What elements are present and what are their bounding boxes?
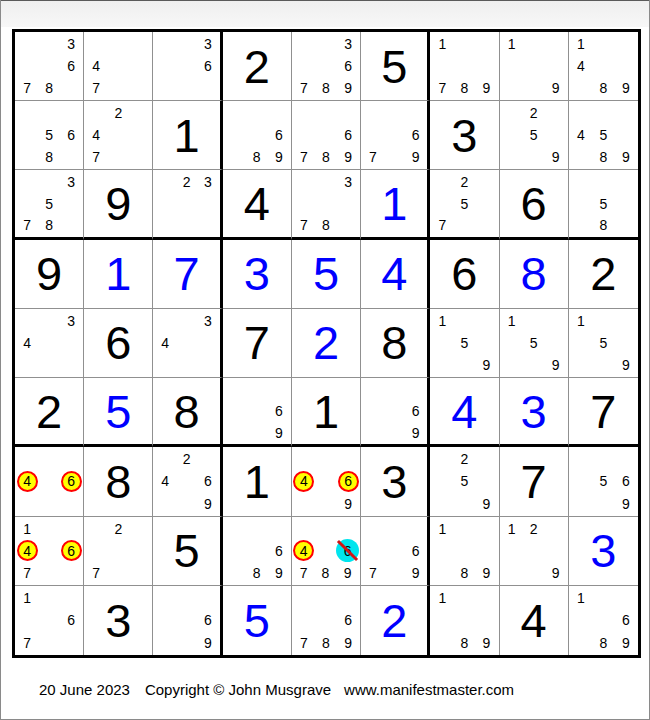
pencil-marks: 27 — [85, 518, 151, 584]
candidate: 6 — [275, 404, 283, 418]
highlighted-candidate: 4 — [293, 471, 314, 492]
solved-digit: 3 — [521, 388, 547, 435]
candidate: 1 — [508, 314, 516, 328]
candidate: 7 — [300, 636, 308, 650]
candidate: 6 — [412, 128, 420, 142]
candidate: 7 — [92, 566, 100, 580]
cell-r7c2: 8 — [84, 447, 153, 516]
candidate: 9 — [483, 358, 491, 372]
pencil-marks: 19 — [501, 33, 567, 99]
cell-r9c8: 4 — [500, 586, 569, 655]
cell-r9c4: 5 — [223, 586, 292, 655]
cell-r6c2: 5 — [84, 378, 153, 447]
candidate: 9 — [204, 636, 212, 650]
cell-r6c5: 1 — [292, 378, 361, 447]
candidate: 8 — [45, 218, 53, 232]
cell-r4c1: 9 — [15, 240, 84, 309]
cell-r1c6: 5 — [361, 32, 430, 101]
cell-r8c7: 189 — [430, 517, 499, 586]
candidate: 1 — [23, 522, 31, 536]
candidate: 9 — [344, 150, 352, 164]
candidate: 3 — [344, 175, 352, 189]
candidate: 9 — [344, 636, 352, 650]
cell-r9c7: 189 — [430, 586, 499, 655]
candidate: 7 — [369, 150, 377, 164]
footer-copyright: Copyright © John Musgrave — [145, 681, 331, 698]
cell-r8c3: 5 — [153, 517, 222, 586]
cell-r4c4: 3 — [223, 240, 292, 309]
candidate: 7 — [23, 81, 31, 95]
solved-digit: 3 — [381, 458, 407, 505]
pencil-marks: 1467 — [16, 518, 82, 584]
cell-r3c3: 23 — [153, 170, 222, 239]
cell-r4c6: 4 — [361, 240, 430, 309]
cell-r1c7: 1789 — [430, 32, 499, 101]
candidate: 5 — [530, 336, 538, 350]
pencil-marks: 3578 — [16, 171, 82, 235]
cell-r6c3: 8 — [153, 378, 222, 447]
cell-r3c2: 9 — [84, 170, 153, 239]
candidate: 6 — [67, 59, 75, 73]
cell-r2c3: 1 — [153, 101, 222, 170]
candidate: 4 — [577, 128, 585, 142]
sudoku-page: 3678473623678951789191489568247168967896… — [0, 0, 650, 720]
candidate: 8 — [321, 566, 329, 580]
candidate: 8 — [45, 81, 53, 95]
pencil-marks: 259 — [431, 448, 497, 514]
solved-digit: 3 — [244, 250, 270, 297]
solved-digit: 6 — [105, 319, 131, 366]
solved-digit: 4 — [381, 250, 407, 297]
pencil-marks: 36 — [154, 33, 218, 99]
solved-digit: 3 — [451, 112, 477, 159]
cell-r9c6: 2 — [361, 586, 430, 655]
solved-digit: 8 — [521, 250, 547, 297]
footer-date: 20 June 2023 — [39, 681, 130, 698]
candidate: 9 — [622, 150, 630, 164]
candidate: 7 — [369, 566, 377, 580]
cell-r7c6: 3 — [361, 447, 430, 516]
pencil-marks: 159 — [431, 310, 497, 376]
solved-digit: 5 — [105, 388, 131, 435]
solved-digit: 3 — [590, 527, 616, 574]
cell-r5c9: 159 — [569, 309, 638, 378]
solved-digit: 6 — [451, 250, 477, 297]
candidate: 6 — [204, 59, 212, 73]
candidate: 1 — [438, 591, 446, 605]
solved-digit: 5 — [173, 527, 199, 574]
cell-r2c5: 6789 — [292, 101, 361, 170]
pencil-marks: 378 — [293, 171, 359, 235]
cell-r1c3: 36 — [153, 32, 222, 101]
cell-r7c1: 46 — [15, 447, 84, 516]
pencil-marks: 1789 — [431, 33, 497, 99]
candidate: 3 — [67, 37, 75, 51]
candidate: 1 — [508, 522, 516, 536]
cell-r7c5: 469 — [292, 447, 361, 516]
cell-r2c6: 679 — [361, 101, 430, 170]
candidate: 7 — [438, 218, 446, 232]
candidate: 8 — [461, 566, 469, 580]
candidate: 6 — [275, 544, 283, 558]
solved-digit: 7 — [173, 250, 199, 297]
pencil-marks: 46789 — [293, 518, 359, 584]
pencil-marks: 689 — [224, 102, 290, 168]
cell-r7c9: 569 — [569, 447, 638, 516]
cell-r3c8: 6 — [500, 170, 569, 239]
candidate: 1 — [508, 37, 516, 51]
candidate: 7 — [23, 566, 31, 580]
candidate: 3 — [204, 37, 212, 51]
candidate: 5 — [530, 128, 538, 142]
candidate: 9 — [483, 81, 491, 95]
cell-r2c2: 247 — [84, 101, 153, 170]
candidate: 9 — [552, 81, 560, 95]
cell-r4c2: 1 — [84, 240, 153, 309]
candidate: 9 — [483, 497, 491, 511]
cell-r3c5: 378 — [292, 170, 361, 239]
cell-r9c2: 3 — [84, 586, 153, 655]
candidate: 9 — [412, 426, 420, 440]
candidate: 3 — [204, 175, 212, 189]
candidate: 1 — [577, 591, 585, 605]
candidate: 8 — [599, 81, 607, 95]
candidate: 5 — [461, 197, 469, 211]
candidate: 6 — [344, 59, 352, 73]
solved-digit: 7 — [244, 319, 270, 366]
candidate: 4 — [23, 336, 31, 350]
sudoku-board: 3678473623678951789191489568247168967896… — [12, 29, 641, 658]
candidate: 8 — [599, 218, 607, 232]
highlighted-candidate: 6 — [61, 471, 82, 492]
candidate: 7 — [23, 636, 31, 650]
candidate: 5 — [599, 336, 607, 350]
candidate: 8 — [599, 636, 607, 650]
candidate: 6 — [412, 404, 420, 418]
cell-r5c3: 34 — [153, 309, 222, 378]
pencil-marks: 58 — [570, 171, 637, 235]
cell-r7c3: 2469 — [153, 447, 222, 516]
candidate: 3 — [204, 314, 212, 328]
candidate: 9 — [275, 150, 283, 164]
cell-r9c9: 1689 — [569, 586, 638, 655]
cell-r7c7: 259 — [430, 447, 499, 516]
cell-r5c2: 6 — [84, 309, 153, 378]
candidate: 1 — [577, 37, 585, 51]
candidate: 7 — [438, 81, 446, 95]
pencil-marks: 129 — [501, 518, 567, 584]
candidate: 7 — [23, 218, 31, 232]
candidate: 5 — [45, 128, 53, 142]
solved-digit: 2 — [313, 319, 339, 366]
cell-r8c4: 689 — [223, 517, 292, 586]
candidate: 5 — [461, 474, 469, 488]
candidate: 6 — [344, 613, 352, 627]
solved-digit: 7 — [521, 458, 547, 505]
solved-digit: 2 — [590, 250, 616, 297]
eliminated-candidate: 6 — [336, 539, 359, 562]
cell-r4c8: 8 — [500, 240, 569, 309]
solved-digit: 1 — [173, 112, 199, 159]
candidate: 9 — [552, 358, 560, 372]
pencil-marks: 36789 — [293, 33, 359, 99]
candidate: 9 — [344, 566, 352, 580]
candidate: 2 — [114, 106, 122, 120]
candidate: 7 — [300, 566, 308, 580]
candidate: 2 — [461, 175, 469, 189]
cell-r8c6: 679 — [361, 517, 430, 586]
candidate: 8 — [45, 150, 53, 164]
cell-r5c7: 159 — [430, 309, 499, 378]
solved-digit: 8 — [381, 319, 407, 366]
solved-digit: 8 — [105, 458, 131, 505]
candidate: 8 — [599, 150, 607, 164]
pencil-marks: 34 — [154, 310, 218, 376]
cell-r8c8: 129 — [500, 517, 569, 586]
candidate: 9 — [552, 150, 560, 164]
cell-r4c7: 6 — [430, 240, 499, 309]
candidate: 9 — [344, 497, 352, 511]
pencil-marks: 167 — [16, 587, 82, 654]
candidate: 1 — [23, 591, 31, 605]
cell-r8c5: 46789 — [292, 517, 361, 586]
cell-r6c9: 7 — [569, 378, 638, 447]
cell-r1c8: 19 — [500, 32, 569, 101]
candidate: 8 — [253, 150, 261, 164]
cell-r9c3: 69 — [153, 586, 222, 655]
cell-r1c9: 1489 — [569, 32, 638, 101]
candidate: 6 — [204, 474, 212, 488]
candidate: 8 — [461, 636, 469, 650]
cell-r1c4: 2 — [223, 32, 292, 101]
footer-website: www.manifestmaster.com — [344, 681, 514, 698]
candidate: 1 — [577, 314, 585, 328]
candidate: 6 — [204, 613, 212, 627]
candidate: 1 — [438, 522, 446, 536]
candidate: 3 — [67, 175, 75, 189]
candidate: 2 — [183, 175, 191, 189]
solved-digit: 4 — [451, 388, 477, 435]
cell-r8c2: 27 — [84, 517, 153, 586]
candidate: 9 — [275, 426, 283, 440]
candidate: 9 — [412, 566, 420, 580]
cell-r9c5: 6789 — [292, 586, 361, 655]
pencil-marks: 6789 — [293, 102, 359, 168]
cell-r9c1: 167 — [15, 586, 84, 655]
solved-digit: 5 — [244, 597, 270, 644]
cell-r3c4: 4 — [223, 170, 292, 239]
cell-r2c8: 259 — [500, 101, 569, 170]
cell-r8c9: 3 — [569, 517, 638, 586]
cell-r4c5: 5 — [292, 240, 361, 309]
cell-r6c8: 3 — [500, 378, 569, 447]
candidate: 8 — [322, 636, 330, 650]
cell-r1c2: 47 — [84, 32, 153, 101]
cell-r1c5: 36789 — [292, 32, 361, 101]
candidate: 7 — [300, 81, 308, 95]
candidate: 5 — [461, 336, 469, 350]
candidate: 8 — [253, 566, 261, 580]
candidate: 6 — [67, 128, 75, 142]
solved-digit: 4 — [244, 180, 270, 227]
solved-digit: 9 — [105, 180, 131, 227]
candidate: 8 — [322, 218, 330, 232]
cell-r5c5: 2 — [292, 309, 361, 378]
candidate: 9 — [483, 636, 491, 650]
candidate: 6 — [275, 128, 283, 142]
pencil-marks: 34 — [16, 310, 82, 376]
candidate: 6 — [344, 128, 352, 142]
solved-digit: 9 — [36, 250, 62, 297]
cell-r6c7: 4 — [430, 378, 499, 447]
pencil-marks: 689 — [224, 518, 290, 584]
highlighted-candidate: 6 — [61, 540, 82, 561]
solved-digit: 5 — [381, 43, 407, 90]
cell-r5c8: 159 — [500, 309, 569, 378]
pencil-marks: 2469 — [154, 448, 218, 514]
candidate: 8 — [322, 150, 330, 164]
pencil-marks: 568 — [16, 102, 82, 168]
solved-digit: 8 — [173, 388, 199, 435]
solved-digit: 1 — [244, 458, 270, 505]
cell-r3c7: 257 — [430, 170, 499, 239]
cell-r8c1: 1467 — [15, 517, 84, 586]
pencil-marks: 569 — [570, 448, 637, 514]
candidate: 1 — [438, 37, 446, 51]
solved-digit: 1 — [105, 250, 131, 297]
pencil-marks: 469 — [293, 448, 359, 514]
candidate: 5 — [599, 197, 607, 211]
pencil-marks: 47 — [85, 33, 151, 99]
pencil-marks: 69 — [154, 587, 218, 654]
highlighted-candidate: 6 — [338, 471, 359, 492]
candidate: 9 — [412, 150, 420, 164]
solved-digit: 2 — [244, 43, 270, 90]
highlighted-candidate: 4 — [17, 540, 38, 561]
cell-r5c1: 34 — [15, 309, 84, 378]
pencil-marks: 159 — [570, 310, 637, 376]
pencil-marks: 189 — [431, 587, 497, 654]
solved-digit: 2 — [36, 388, 62, 435]
candidate: 9 — [622, 636, 630, 650]
pencil-marks: 247 — [85, 102, 151, 168]
cell-r3c1: 3578 — [15, 170, 84, 239]
pencil-marks: 257 — [431, 171, 497, 235]
cell-r6c6: 69 — [361, 378, 430, 447]
cell-r6c4: 69 — [223, 378, 292, 447]
cell-r4c3: 7 — [153, 240, 222, 309]
candidate: 2 — [183, 452, 191, 466]
candidate: 6 — [67, 613, 75, 627]
candidate: 5 — [45, 197, 53, 211]
highlighted-candidate: 4 — [17, 471, 38, 492]
solved-digit: 6 — [521, 180, 547, 227]
candidate: 6 — [412, 544, 420, 558]
candidate: 7 — [300, 218, 308, 232]
pencil-marks: 6789 — [293, 587, 359, 654]
candidate: 2 — [530, 106, 538, 120]
candidate: 5 — [599, 474, 607, 488]
cell-r6c1: 2 — [15, 378, 84, 447]
candidate: 5 — [599, 128, 607, 142]
pencil-marks: 679 — [362, 518, 426, 584]
solved-digit: 4 — [521, 597, 547, 644]
candidate: 2 — [114, 522, 122, 536]
solved-digit: 1 — [313, 388, 339, 435]
candidate: 7 — [92, 150, 100, 164]
solved-digit: 1 — [381, 180, 407, 227]
candidate: 9 — [622, 497, 630, 511]
solved-digit: 2 — [381, 597, 407, 644]
cell-r7c8: 7 — [500, 447, 569, 516]
cell-r2c9: 4589 — [569, 101, 638, 170]
cell-r4c9: 2 — [569, 240, 638, 309]
candidate: 9 — [483, 566, 491, 580]
candidate: 9 — [204, 497, 212, 511]
highlighted-candidate: 4 — [293, 540, 314, 561]
pencil-marks: 189 — [431, 518, 497, 584]
candidate: 9 — [622, 81, 630, 95]
candidate: 6 — [622, 613, 630, 627]
cell-r7c4: 1 — [223, 447, 292, 516]
candidate: 4 — [161, 474, 169, 488]
cell-r2c1: 568 — [15, 101, 84, 170]
pencil-marks: 159 — [501, 310, 567, 376]
candidate: 2 — [530, 522, 538, 536]
candidate: 9 — [622, 358, 630, 372]
solved-digit: 3 — [105, 597, 131, 644]
cell-r3c9: 58 — [569, 170, 638, 239]
cell-r5c6: 8 — [361, 309, 430, 378]
pencil-marks: 259 — [501, 102, 567, 168]
candidate: 1 — [438, 314, 446, 328]
pencil-marks: 1489 — [570, 33, 637, 99]
candidate: 7 — [300, 150, 308, 164]
pencil-marks: 69 — [362, 379, 426, 443]
cell-r2c7: 3 — [430, 101, 499, 170]
cell-r2c4: 689 — [223, 101, 292, 170]
candidate: 8 — [322, 81, 330, 95]
solved-digit: 5 — [313, 250, 339, 297]
candidate: 8 — [461, 81, 469, 95]
candidate: 9 — [275, 566, 283, 580]
pencil-marks: 4589 — [570, 102, 637, 168]
pencil-marks: 1689 — [570, 587, 637, 654]
pencil-marks: 69 — [224, 379, 290, 443]
candidate: 6 — [622, 474, 630, 488]
candidate: 2 — [461, 452, 469, 466]
solved-digit: 7 — [590, 388, 616, 435]
candidate: 9 — [552, 566, 560, 580]
title-bar — [1, 0, 649, 27]
cell-r5c4: 7 — [223, 309, 292, 378]
footer: 20 June 2023 Copyright © John Musgrave w… — [1, 660, 649, 718]
candidate: 3 — [344, 37, 352, 51]
cell-r1c1: 3678 — [15, 32, 84, 101]
candidate: 4 — [92, 128, 100, 142]
candidate: 4 — [577, 59, 585, 73]
candidate: 7 — [92, 81, 100, 95]
candidate: 9 — [344, 81, 352, 95]
candidate: 4 — [92, 59, 100, 73]
pencil-marks: 46 — [16, 448, 82, 514]
pencil-marks: 23 — [154, 171, 218, 235]
pencil-marks: 679 — [362, 102, 426, 168]
cell-r3c6: 1 — [361, 170, 430, 239]
pencil-marks: 3678 — [16, 33, 82, 99]
candidate: 3 — [67, 314, 75, 328]
candidate: 4 — [161, 336, 169, 350]
